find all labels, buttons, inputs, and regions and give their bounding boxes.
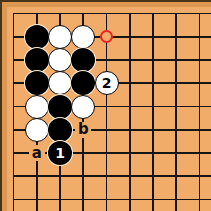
board-frame-left-edge (0, 0, 2, 211)
black-stone (25, 48, 49, 72)
white-stone (71, 25, 95, 49)
white-stone (48, 48, 72, 72)
board-frame-top-edge (0, 0, 211, 2)
move-number: 1 (55, 146, 65, 160)
grid-line-vertical (13, 13, 15, 211)
grid-line-vertical (175, 13, 177, 211)
white-stone: 2 (95, 71, 119, 95)
white-stone (48, 25, 72, 49)
black-stone (25, 25, 49, 49)
go-board-diagram: 21ab (0, 0, 211, 211)
grid-line-vertical (199, 13, 201, 211)
white-stone (25, 118, 49, 142)
black-stone: 1 (48, 141, 72, 165)
grid-line-horizontal (13, 13, 211, 15)
white-stone (71, 95, 95, 119)
grid-line-horizontal (13, 199, 211, 201)
grid-line-horizontal (13, 175, 211, 177)
grid-line-vertical (129, 13, 131, 211)
white-stone (25, 95, 49, 119)
letter-label: a (29, 145, 45, 161)
letter-label: b (75, 122, 91, 138)
black-stone (25, 71, 49, 95)
grid-line-vertical (152, 13, 154, 211)
black-stone (48, 118, 72, 142)
move-number: 2 (102, 76, 112, 90)
black-stone (48, 95, 72, 119)
